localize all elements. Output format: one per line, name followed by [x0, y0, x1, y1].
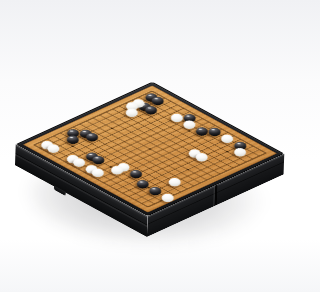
- white-stone: [195, 153, 207, 162]
- star-point: [147, 187, 151, 189]
- white-stone: [72, 158, 84, 167]
- white-stone: [91, 168, 103, 177]
- white-stone: [234, 148, 246, 157]
- white-stone: [111, 166, 123, 175]
- black-stone: [86, 152, 98, 161]
- white-stone: [161, 194, 173, 203]
- star-point: [109, 166, 113, 168]
- white-stone: [189, 149, 201, 158]
- star-point: [186, 169, 190, 171]
- black-stone: [130, 170, 142, 179]
- white-stone: [66, 155, 78, 164]
- product-photo-scene: [0, 0, 292, 292]
- white-stone: [168, 178, 180, 187]
- white-stone: [47, 144, 59, 153]
- black-stone: [149, 187, 161, 196]
- black-stone: [92, 156, 104, 165]
- white-stone: [85, 165, 97, 174]
- white-stone: [117, 163, 129, 172]
- black-stone: [136, 180, 148, 189]
- white-stone: [171, 113, 183, 122]
- white-stone: [183, 120, 195, 129]
